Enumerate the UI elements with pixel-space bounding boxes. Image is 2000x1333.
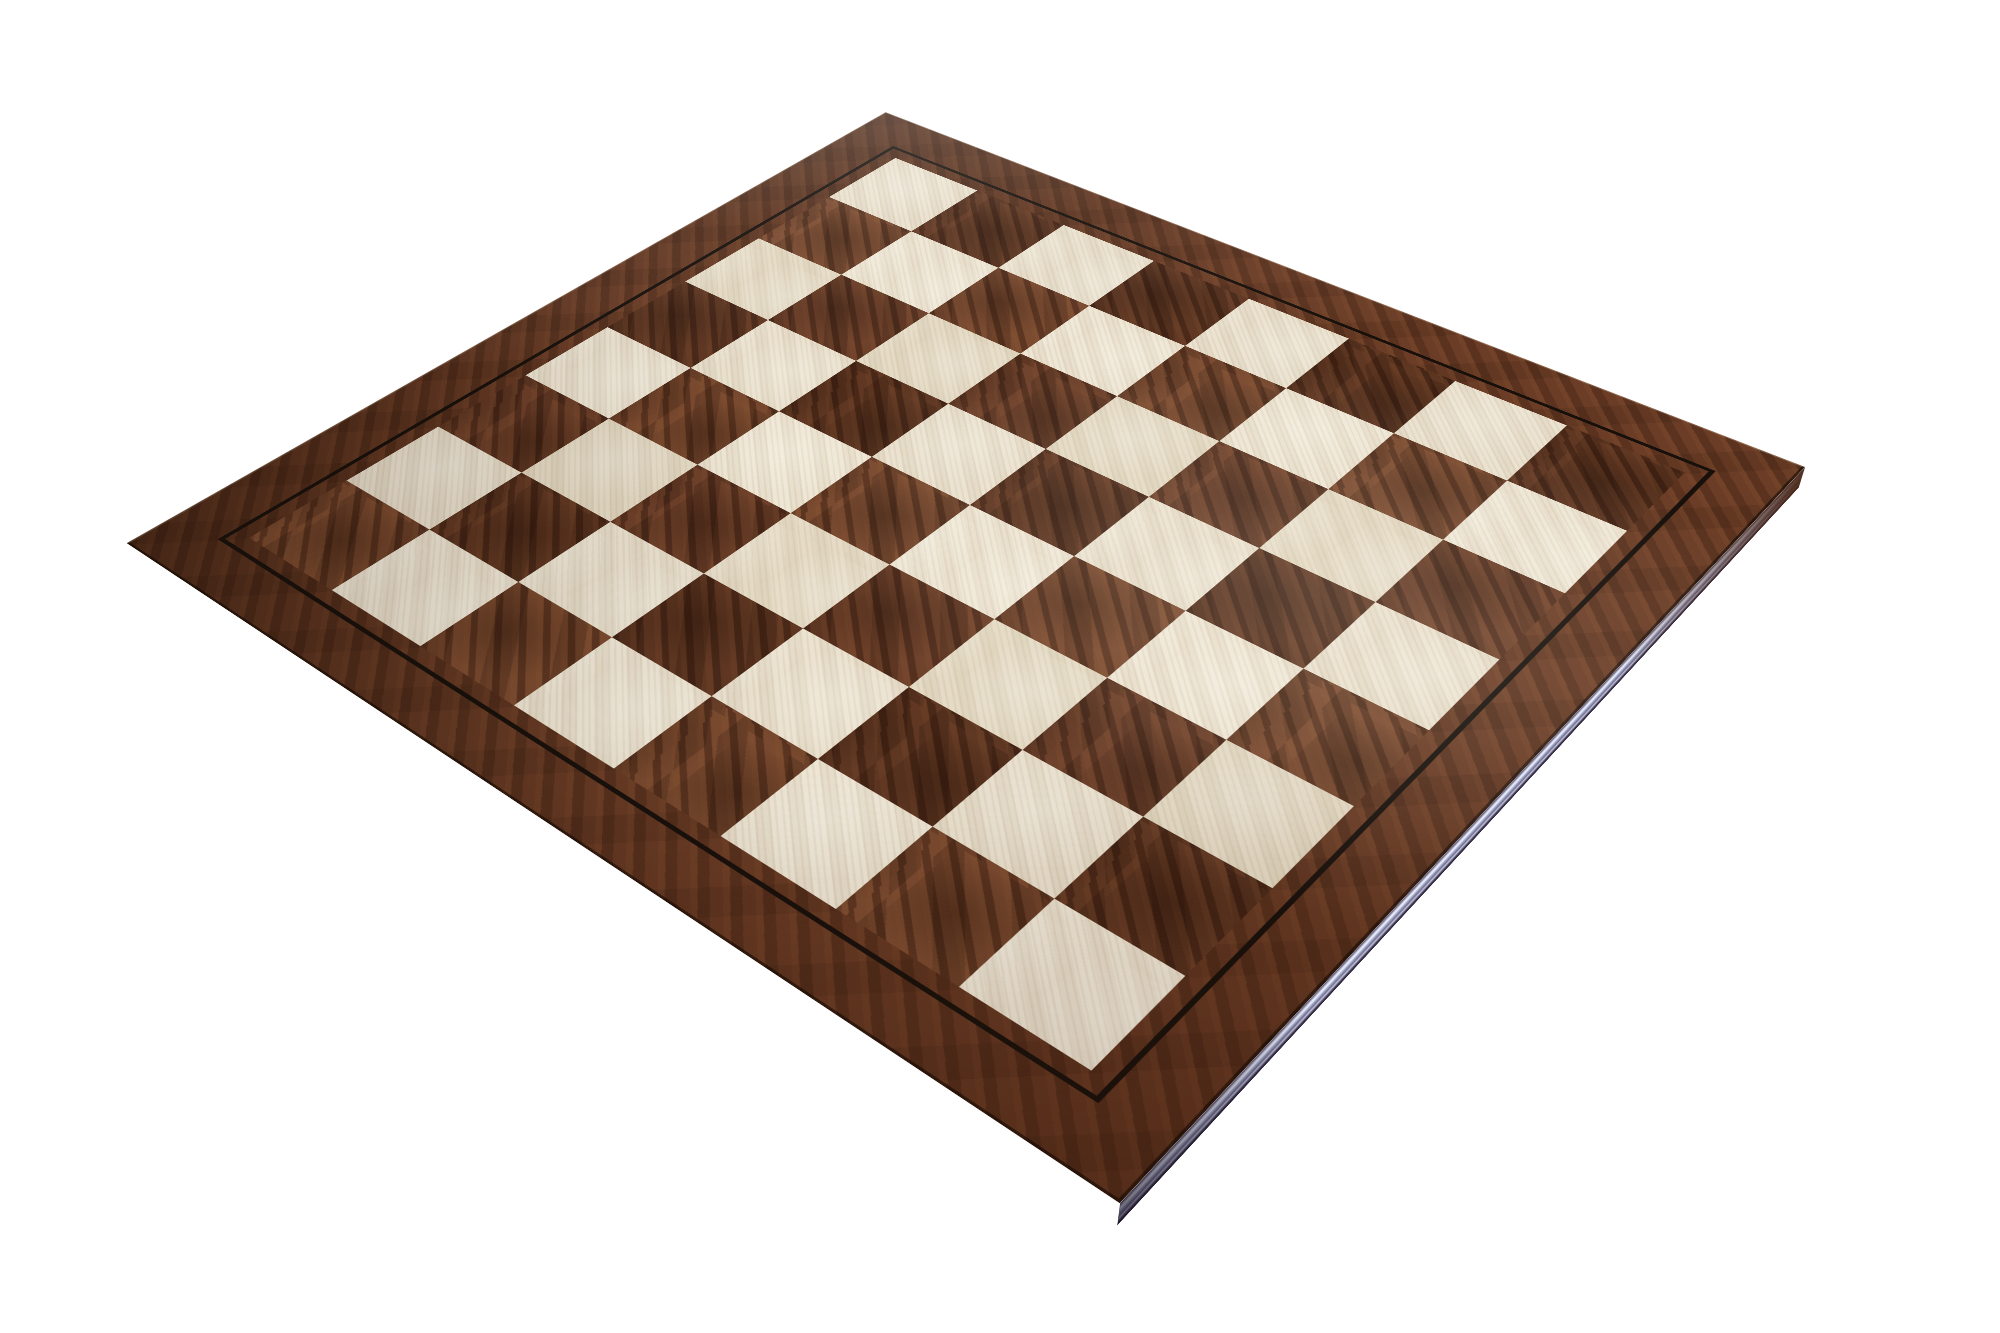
square-h4 [1226,669,1429,807]
square-f5 [1074,497,1259,611]
square-c2 [518,521,704,637]
square-h3 [1143,740,1353,888]
square-f3 [909,619,1106,749]
square-e1 [614,696,819,836]
square-d3 [704,513,889,628]
square-h5 [1303,602,1499,730]
product-photo-background [0,0,2000,1333]
scene-tilt [0,0,2000,1333]
square-h1 [959,898,1186,1070]
scene-perspective [0,0,2000,1333]
board-squares [249,158,1685,1071]
square-g3 [1022,678,1226,817]
square-h6 [1375,539,1565,659]
square-g5 [1185,548,1375,669]
square-f2 [818,687,1022,826]
square-e4 [889,505,1074,619]
square-h2 [1054,816,1272,976]
square-g1 [835,826,1054,986]
square-c1 [420,582,612,706]
square-g4 [1107,611,1304,740]
square-e3 [803,565,994,687]
square-f4 [995,556,1186,677]
square-f1 [721,759,933,909]
square-d1 [514,637,712,768]
chessboard [127,112,1805,1203]
square-g2 [932,749,1143,898]
inlay-line [218,146,1716,1103]
square-g6 [1259,489,1443,602]
square-b1 [332,530,518,646]
square-d2 [612,573,804,696]
square-e2 [712,628,910,759]
square-h7 [1443,481,1627,593]
board-frame [127,112,1805,1203]
